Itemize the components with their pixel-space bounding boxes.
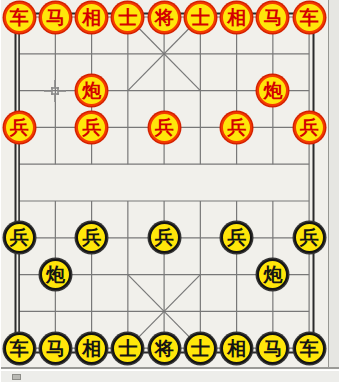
board-point[interactable]	[146, 256, 182, 293]
board-point[interactable]	[110, 109, 146, 146]
board-point[interactable]	[110, 35, 146, 72]
board-point[interactable]	[146, 72, 182, 109]
board-point[interactable]: 将	[146, 0, 182, 35]
right-panel-splitter[interactable]	[328, 0, 339, 370]
board-point[interactable]	[291, 256, 327, 293]
board-point[interactable]: 士	[182, 330, 218, 367]
board-point[interactable]	[291, 146, 327, 183]
board-point[interactable]	[146, 183, 182, 220]
board-point[interactable]	[291, 72, 327, 109]
board-point[interactable]: 士	[110, 330, 146, 367]
piece-red-elephant[interactable]: 相	[76, 2, 107, 33]
board-point[interactable]: 相	[74, 0, 110, 35]
board-point[interactable]	[74, 146, 110, 183]
board-point[interactable]: 炮	[37, 256, 73, 293]
piece-black-soldier[interactable]: 兵	[294, 222, 325, 253]
board-point[interactable]	[255, 35, 291, 72]
piece-red-cannon[interactable]: 炮	[76, 75, 107, 106]
piece-red-chariot[interactable]: 车	[4, 2, 35, 33]
board-point[interactable]	[74, 35, 110, 72]
board-point[interactable]: 兵	[1, 109, 37, 146]
board-point[interactable]	[182, 72, 218, 109]
board-point[interactable]: 马	[37, 330, 73, 367]
board-point[interactable]	[255, 293, 291, 330]
board-point[interactable]	[37, 293, 73, 330]
piece-red-elephant[interactable]: 相	[221, 2, 252, 33]
board-point[interactable]	[1, 256, 37, 293]
piece-black-chariot[interactable]: 车	[4, 333, 35, 364]
board-point[interactable]: 车	[291, 330, 327, 367]
board-point[interactable]	[146, 35, 182, 72]
board-point[interactable]: 兵	[74, 219, 110, 256]
board-point[interactable]	[219, 183, 255, 220]
piece-red-soldier[interactable]: 兵	[221, 112, 252, 143]
board-point[interactable]: 士	[110, 0, 146, 35]
piece-black-general[interactable]: 将	[149, 333, 180, 364]
status-grip-icon	[12, 374, 21, 380]
board-point[interactable]	[219, 256, 255, 293]
board-point[interactable]	[219, 146, 255, 183]
piece-black-horse[interactable]: 马	[257, 333, 288, 364]
board-point[interactable]	[110, 256, 146, 293]
piece-black-soldier[interactable]: 兵	[149, 222, 180, 253]
board-point[interactable]	[255, 183, 291, 220]
piece-black-cannon[interactable]: 炮	[257, 259, 288, 290]
board-point[interactable]	[146, 146, 182, 183]
board-point[interactable]	[182, 293, 218, 330]
piece-red-soldier[interactable]: 兵	[4, 112, 35, 143]
board-point[interactable]: 相	[219, 330, 255, 367]
piece-black-elephant[interactable]: 相	[76, 333, 107, 364]
board-point[interactable]: 兵	[291, 109, 327, 146]
board-point[interactable]	[182, 256, 218, 293]
board-point[interactable]	[110, 146, 146, 183]
board-point[interactable]	[182, 109, 218, 146]
board-point[interactable]	[37, 183, 73, 220]
piece-red-soldier[interactable]: 兵	[294, 112, 325, 143]
board-point[interactable]: 兵	[1, 219, 37, 256]
board-point[interactable]	[182, 219, 218, 256]
board-point[interactable]	[37, 109, 73, 146]
piece-red-soldier[interactable]: 兵	[76, 112, 107, 143]
board-point[interactable]	[74, 183, 110, 220]
board-point[interactable]	[1, 35, 37, 72]
board-point[interactable]	[255, 109, 291, 146]
piece-black-cannon[interactable]: 炮	[40, 259, 71, 290]
board-point[interactable]: 兵	[219, 109, 255, 146]
board-point[interactable]: 相	[219, 0, 255, 35]
board-point[interactable]: 炮	[255, 256, 291, 293]
board-point[interactable]: 兵	[146, 219, 182, 256]
piece-red-soldier[interactable]: 兵	[149, 112, 180, 143]
piece-red-chariot[interactable]: 车	[294, 2, 325, 33]
board-point[interactable]	[37, 35, 73, 72]
board-point[interactable]: 炮	[255, 72, 291, 109]
board-point[interactable]	[1, 146, 37, 183]
board-point[interactable]: 车	[1, 0, 37, 35]
board-point[interactable]	[182, 183, 218, 220]
board-point[interactable]	[219, 293, 255, 330]
board-point[interactable]: 马	[37, 0, 73, 35]
piece-black-elephant[interactable]: 相	[221, 333, 252, 364]
piece-red-advisor[interactable]: 士	[185, 2, 216, 33]
piece-red-horse[interactable]: 马	[257, 2, 288, 33]
board-point[interactable]: 马	[255, 330, 291, 367]
board-point[interactable]	[1, 72, 37, 109]
piece-black-soldier[interactable]: 兵	[76, 222, 107, 253]
board-point[interactable]: 马	[255, 0, 291, 35]
piece-black-soldier[interactable]: 兵	[221, 222, 252, 253]
board-point[interactable]	[110, 72, 146, 109]
board-point[interactable]	[74, 293, 110, 330]
piece-black-advisor[interactable]: 士	[112, 333, 143, 364]
board-point[interactable]	[255, 219, 291, 256]
board-point[interactable]	[219, 35, 255, 72]
board-point[interactable]: 兵	[146, 109, 182, 146]
board-point[interactable]	[37, 72, 73, 109]
piece-red-general[interactable]: 将	[149, 2, 180, 33]
board-point[interactable]	[255, 146, 291, 183]
board-point[interactable]	[74, 256, 110, 293]
board-point[interactable]: 将	[146, 330, 182, 367]
piece-red-advisor[interactable]: 士	[112, 2, 143, 33]
piece-black-advisor[interactable]: 士	[185, 333, 216, 364]
board-point[interactable]: 车	[1, 330, 37, 367]
board-point[interactable]	[1, 183, 37, 220]
last-move-crosshair-icon	[43, 79, 67, 103]
xiangqi-app-window: 车马相士将士相马车炮炮兵兵兵兵兵兵兵兵兵兵炮炮车马相士将士相马车	[0, 0, 339, 382]
board-point[interactable]	[219, 72, 255, 109]
piece-black-soldier[interactable]: 兵	[4, 222, 35, 253]
piece-black-chariot[interactable]: 车	[294, 333, 325, 364]
board-point[interactable]	[291, 293, 327, 330]
board-point[interactable]	[37, 219, 73, 256]
piece-red-cannon[interactable]: 炮	[257, 75, 288, 106]
board-point[interactable]	[110, 219, 146, 256]
xiangqi-board: 车马相士将士相马车炮炮兵兵兵兵兵兵兵兵兵兵炮炮车马相士将士相马车	[1, 0, 326, 368]
board-point[interactable]	[291, 35, 327, 72]
board-point[interactable]	[182, 146, 218, 183]
board-point[interactable]	[110, 183, 146, 220]
board-point[interactable]	[37, 146, 73, 183]
board-point[interactable]: 相	[74, 330, 110, 367]
board-point[interactable]: 兵	[219, 219, 255, 256]
board-point[interactable]: 兵	[291, 219, 327, 256]
board-points-grid: 车马相士将士相马车炮炮兵兵兵兵兵兵兵兵兵兵炮炮车马相士将士相马车	[1, 0, 327, 367]
board-point[interactable]: 兵	[74, 109, 110, 146]
board-point[interactable]	[1, 293, 37, 330]
board-point[interactable]: 士	[182, 0, 218, 35]
piece-black-horse[interactable]: 马	[40, 333, 71, 364]
board-point[interactable]	[146, 293, 182, 330]
board-point[interactable]	[182, 35, 218, 72]
board-point[interactable]: 车	[291, 0, 327, 35]
board-point[interactable]	[110, 293, 146, 330]
board-point[interactable]: 炮	[74, 72, 110, 109]
board-point[interactable]	[291, 183, 327, 220]
piece-red-horse[interactable]: 马	[40, 2, 71, 33]
status-bar	[1, 370, 339, 382]
